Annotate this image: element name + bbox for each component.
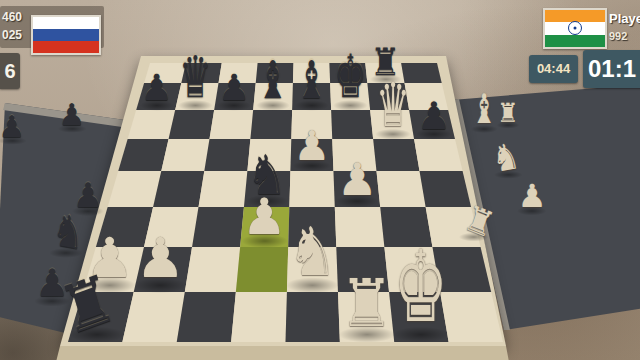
piece-white-pawn-e5[interactable]: ♟ — [294, 126, 331, 167]
square-h5[interactable] — [414, 139, 462, 171]
player-right-name: Player-7 — [609, 11, 640, 26]
square-g5[interactable] — [373, 139, 419, 171]
timer-right-small: 04:44 — [529, 55, 578, 83]
player-right-rating: 992 — [609, 30, 627, 42]
square-c2[interactable] — [185, 247, 240, 292]
square-b4[interactable] — [153, 171, 204, 207]
square-d6[interactable] — [250, 110, 292, 139]
piece-black-knight-captured3[interactable]: ♞ — [50, 208, 87, 257]
piece-black-pawn-captured2[interactable]: ♟ — [73, 178, 103, 212]
square-c6[interactable] — [209, 110, 253, 139]
square-c3[interactable] — [192, 207, 244, 247]
piece-black-king-f7[interactable]: ♚ — [334, 47, 366, 106]
player-left-numbers: 460 025 — [2, 8, 29, 46]
square-f3[interactable] — [335, 207, 385, 247]
square-e4[interactable] — [289, 171, 334, 207]
player-left-name: 460 — [2, 8, 29, 26]
piece-black-pawn-c7[interactable]: ♟ — [218, 70, 250, 106]
piece-black-pawn-h6[interactable]: ♟ — [417, 97, 451, 135]
player-left-rating: 025 — [2, 26, 29, 44]
square-f6[interactable] — [331, 110, 373, 139]
ashoka-chakra-icon — [568, 21, 582, 35]
piece-black-pawn-a7[interactable]: ♟ — [140, 70, 172, 106]
square-c5[interactable] — [204, 139, 250, 171]
square-d2[interactable] — [236, 247, 288, 292]
russia-flag-icon — [31, 15, 101, 55]
timer-left-partial: 6 — [0, 53, 20, 89]
piece-white-knight-e2[interactable]: ♞ — [288, 219, 337, 286]
square-b5[interactable] — [161, 139, 209, 171]
piece-white-bishop-captured0[interactable]: ♝ — [471, 89, 496, 130]
timer-right-large: 01:1 — [583, 50, 640, 88]
piece-white-pawn-captured3[interactable]: ♟ — [518, 180, 547, 212]
piece-black-bishop-d7[interactable]: ♝ — [257, 54, 289, 106]
piece-white-pawn-b2[interactable]: ♟ — [136, 231, 185, 286]
square-b6[interactable] — [169, 110, 215, 139]
piece-black-queen-b7[interactable]: ♛ — [179, 49, 211, 107]
square-c1[interactable] — [177, 292, 236, 342]
square-c4[interactable] — [199, 171, 248, 207]
piece-black-pawn-captured1[interactable]: ♟ — [0, 112, 25, 142]
piece-black-bishop-e7[interactable]: ♝ — [295, 54, 327, 106]
square-g4[interactable] — [376, 171, 425, 207]
player-left-panel: 460 025 — [0, 6, 104, 48]
piece-black-pawn-captured0[interactable]: ♟ — [59, 100, 86, 130]
india-flag-icon — [543, 8, 607, 49]
square-h4[interactable] — [420, 171, 472, 207]
board-front-edge — [56, 346, 509, 360]
piece-white-rook-captured1[interactable]: ♜ — [497, 100, 519, 126]
square-d1[interactable] — [231, 292, 287, 342]
piece-white-king-g1[interactable]: ♚ — [394, 237, 448, 336]
square-e1[interactable] — [285, 292, 339, 342]
piece-white-pawn-d3[interactable]: ♟ — [242, 192, 287, 242]
piece-white-rook-f1[interactable]: ♜ — [340, 270, 394, 336]
piece-white-queen-g6[interactable]: ♛ — [376, 74, 410, 135]
piece-white-pawn-f4[interactable]: ♟ — [337, 157, 377, 202]
piece-white-knight-captured2[interactable]: ♞ — [491, 137, 522, 178]
